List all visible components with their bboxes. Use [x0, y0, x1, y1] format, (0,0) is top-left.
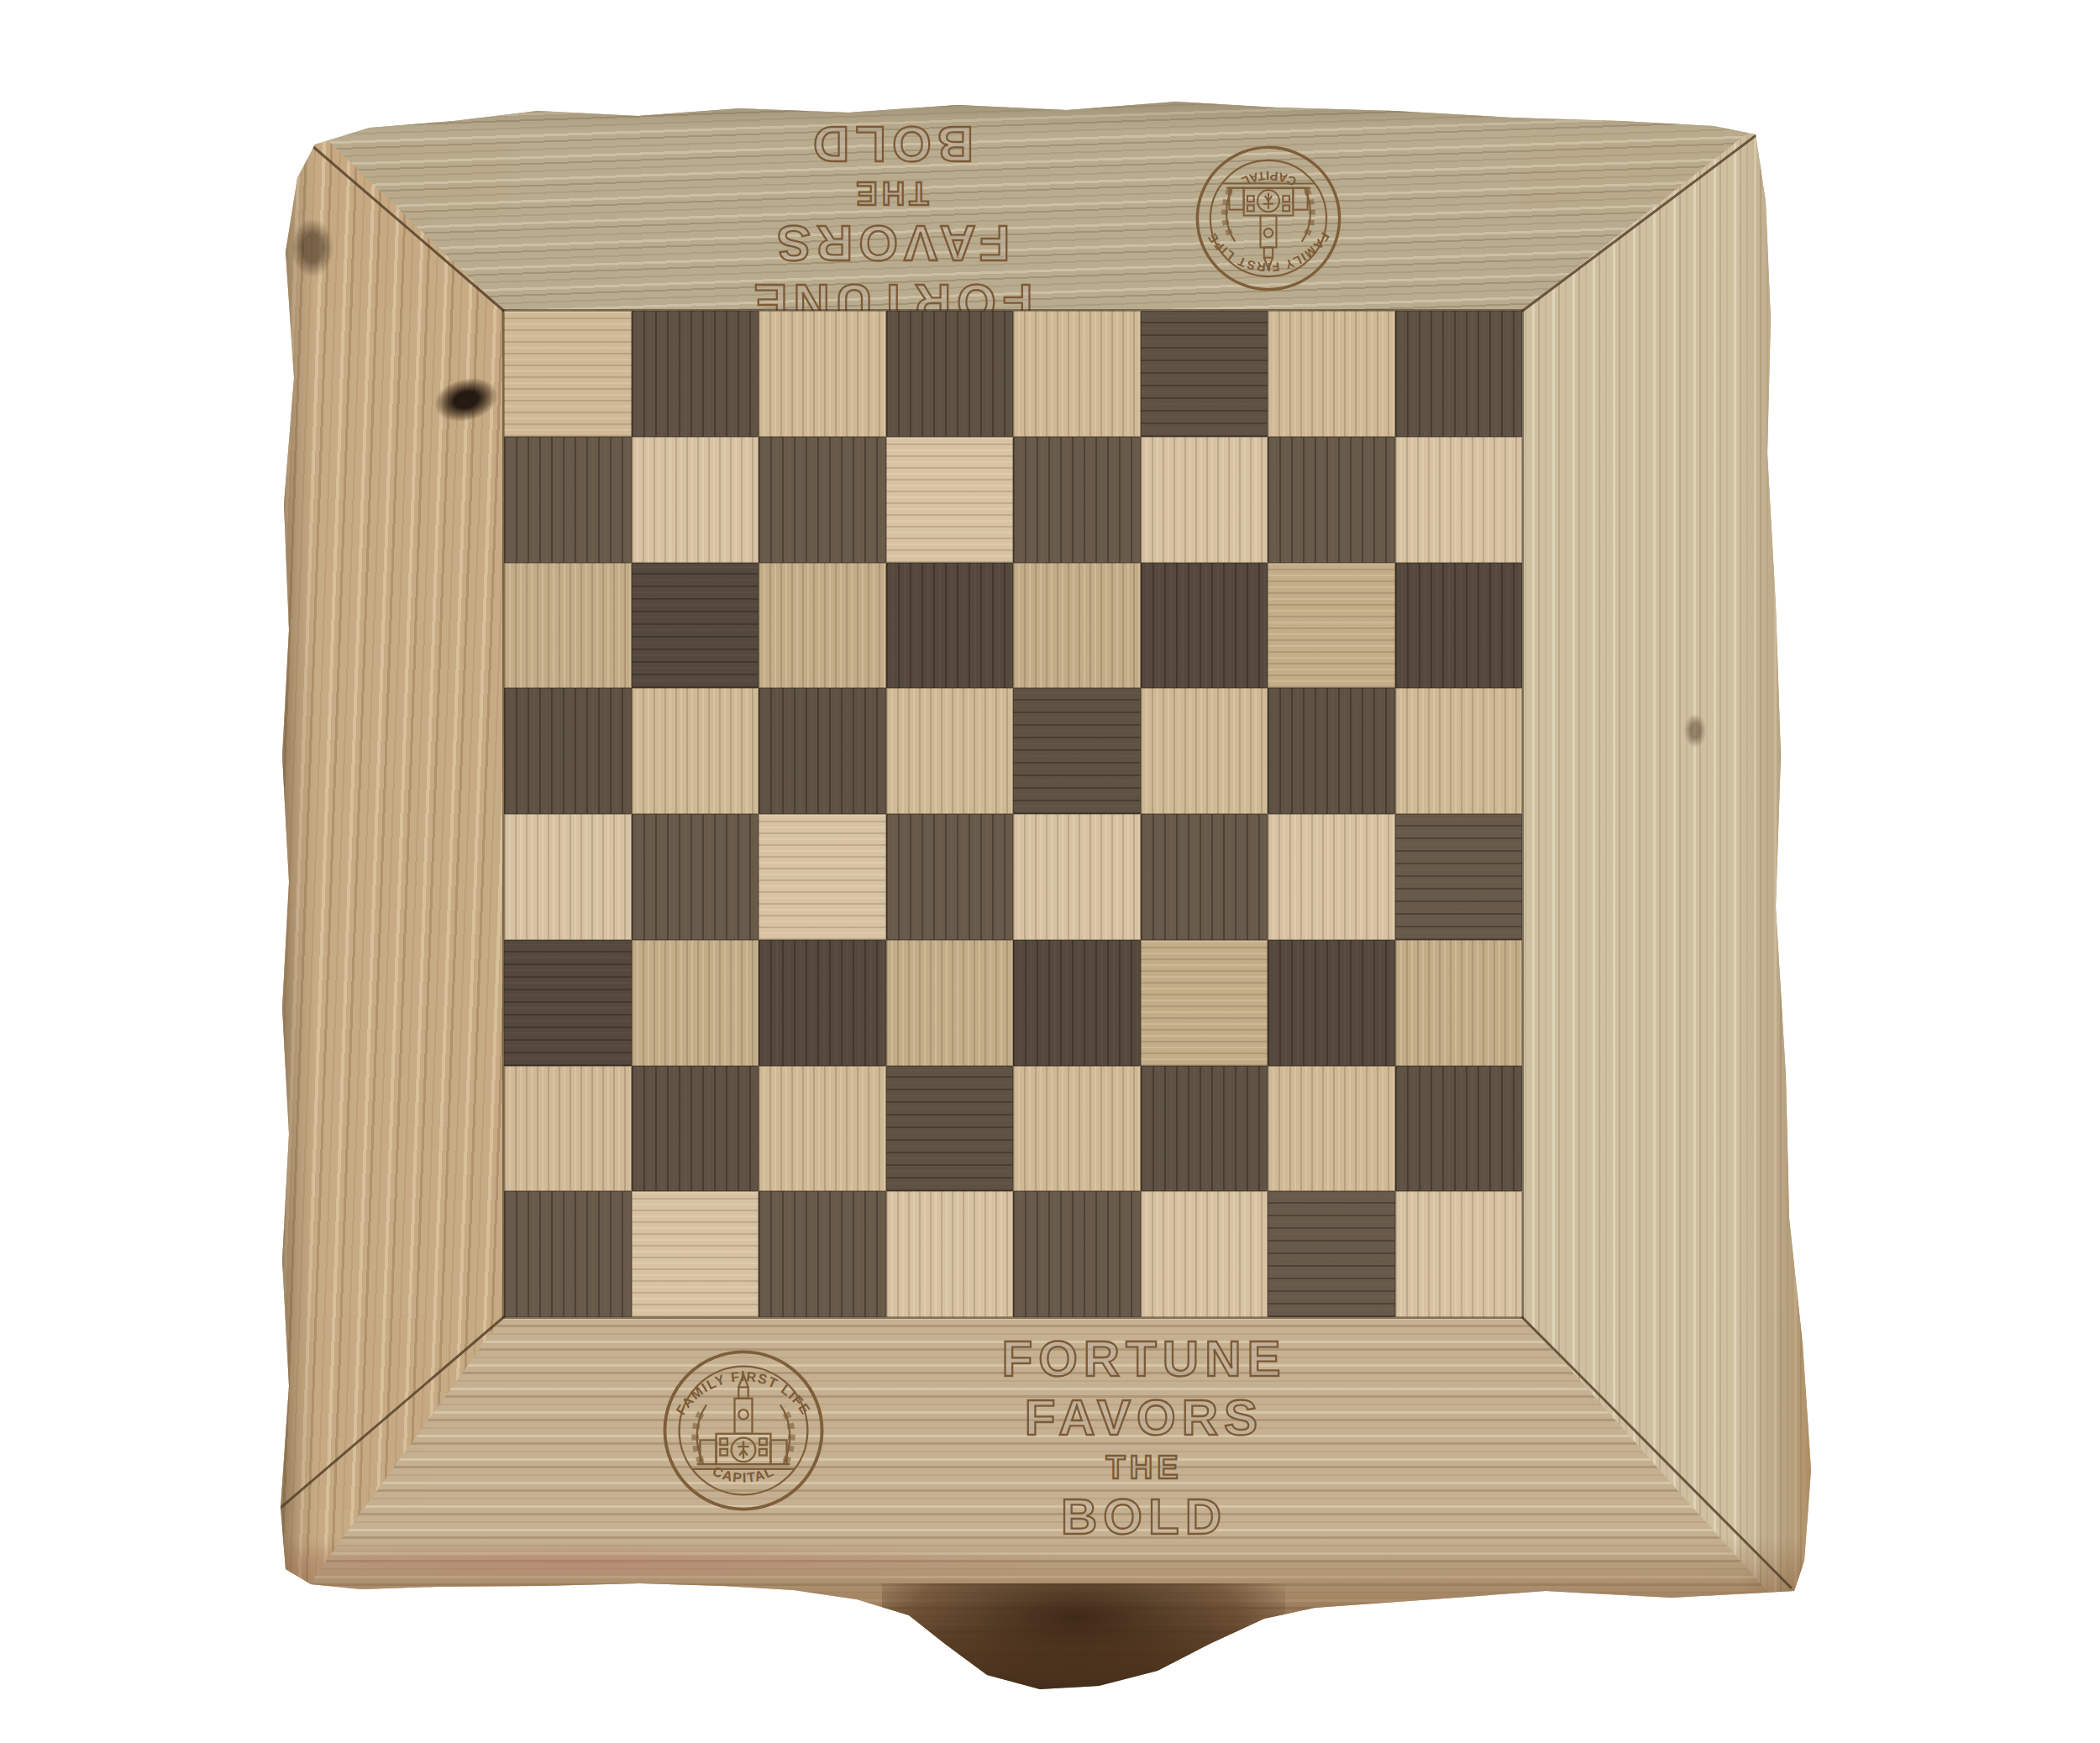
- square-e3: [1013, 940, 1141, 1066]
- square-d1: [886, 1191, 1014, 1317]
- svg-text:CAPITAL: CAPITAL: [1238, 169, 1298, 189]
- square-e5: [1013, 688, 1141, 814]
- motto-line: FAVORS: [638, 213, 1142, 272]
- square-d5: [886, 688, 1014, 814]
- square-b6: [632, 563, 759, 689]
- square-e6: [1013, 563, 1141, 689]
- square-h8: [1395, 311, 1523, 437]
- square-d6: [886, 563, 1014, 689]
- motto-line: FORTUNE: [892, 1330, 1396, 1389]
- square-e1: [1013, 1191, 1141, 1317]
- square-g5: [1268, 688, 1395, 814]
- square-f1: [1141, 1191, 1268, 1317]
- square-c3: [759, 940, 886, 1066]
- seal-arc-text-bottom: CAPITAL: [711, 1463, 777, 1485]
- product-photo: FORTUNE FAVORS THE BOLD FORTUNE FAVORS T…: [0, 0, 2100, 1743]
- wood-pink-streak: [286, 1544, 1042, 1581]
- wood-knot: [292, 220, 333, 276]
- square-b8: [632, 311, 759, 437]
- square-a5: [504, 688, 632, 814]
- square-f4: [1141, 814, 1268, 940]
- square-f6: [1141, 563, 1268, 689]
- square-b2: [632, 1066, 759, 1192]
- square-f3: [1141, 940, 1268, 1066]
- square-g3: [1268, 940, 1395, 1066]
- square-d7: [886, 437, 1014, 563]
- square-g1: [1268, 1191, 1395, 1317]
- square-h4: [1395, 814, 1523, 940]
- square-b7: [632, 437, 759, 563]
- motto-engraving-top: FORTUNE FAVORS THE BOLD: [638, 114, 1142, 331]
- square-c7: [759, 437, 886, 563]
- square-h7: [1395, 437, 1523, 563]
- motto-line: THE: [892, 1447, 1396, 1488]
- square-g6: [1268, 563, 1395, 689]
- square-a6: [504, 563, 632, 689]
- square-a8: [504, 311, 632, 437]
- square-h5: [1395, 688, 1523, 814]
- square-e8: [1013, 311, 1141, 437]
- square-f5: [1141, 688, 1268, 814]
- square-a2: [504, 1066, 632, 1192]
- square-h6: [1395, 563, 1523, 689]
- square-a3: [504, 940, 632, 1066]
- square-e4: [1013, 814, 1141, 940]
- square-a7: [504, 437, 632, 563]
- square-b4: [632, 814, 759, 940]
- square-b5: [632, 688, 759, 814]
- square-c8: [759, 311, 886, 437]
- square-c4: [759, 814, 886, 940]
- live-edge-left-bark: [276, 126, 316, 1604]
- live-edge-chessboard: FORTUNE FAVORS THE BOLD FORTUNE FAVORS T…: [0, 0, 2100, 1743]
- wood-knot: [1684, 714, 1706, 748]
- square-d8: [886, 311, 1014, 437]
- company-seal-icon: FAMILY FIRST LIFE CAPITAL: [655, 1342, 832, 1519]
- seal-arc-text-bottom: CAPITAL: [1238, 169, 1298, 189]
- motto-line: FAVORS: [892, 1389, 1396, 1447]
- square-c6: [759, 563, 886, 689]
- square-d2: [886, 1066, 1014, 1192]
- square-b1: [632, 1191, 759, 1317]
- square-e2: [1013, 1066, 1141, 1192]
- square-g4: [1268, 814, 1395, 940]
- square-c1: [759, 1191, 886, 1317]
- square-f8: [1141, 311, 1268, 437]
- chess-board: [504, 311, 1522, 1317]
- square-h1: [1395, 1191, 1523, 1317]
- square-h3: [1395, 940, 1523, 1066]
- square-a4: [504, 814, 632, 940]
- motto-line: BOLD: [892, 1488, 1396, 1546]
- motto-line: BOLD: [638, 114, 1142, 173]
- square-g7: [1268, 437, 1395, 563]
- motto-engraving-bottom: FORTUNE FAVORS THE BOLD: [892, 1330, 1396, 1546]
- square-d3: [886, 940, 1014, 1066]
- square-a1: [504, 1191, 632, 1317]
- square-c2: [759, 1066, 886, 1192]
- square-e7: [1013, 437, 1141, 563]
- square-f7: [1141, 437, 1268, 563]
- company-seal-icon: FAMILY FIRST LIFE CAPITAL: [1189, 139, 1348, 298]
- square-b3: [632, 940, 759, 1066]
- square-f2: [1141, 1066, 1268, 1192]
- svg-text:CAPITAL: CAPITAL: [711, 1463, 777, 1485]
- square-g8: [1268, 311, 1395, 437]
- square-d4: [886, 814, 1014, 940]
- square-h2: [1395, 1066, 1523, 1192]
- square-c5: [759, 688, 886, 814]
- motto-line: THE: [638, 173, 1142, 213]
- live-edge-right-bark: [1739, 118, 1819, 1604]
- live-edge-bottom-protrusion: [882, 1583, 1285, 1697]
- square-g2: [1268, 1066, 1395, 1192]
